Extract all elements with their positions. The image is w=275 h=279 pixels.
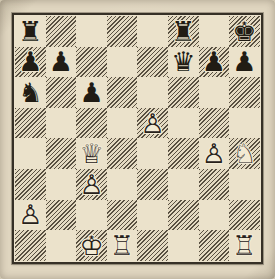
square-f5[interactable]: [168, 108, 199, 139]
square-f8[interactable]: ♜: [168, 16, 199, 47]
black-piece-glyph: ♟: [229, 47, 260, 78]
book-page-photo: ♜♜♚♟♟♛♟♟♞♟♟♙♛♕♟♙♞♘♟♙♟♙♚♔♜♖♜♖: [0, 0, 275, 279]
white-piece-outline-glyph: ♙: [199, 138, 230, 169]
square-a2[interactable]: ♟♙: [15, 200, 46, 231]
square-h2[interactable]: [229, 200, 260, 231]
square-b5[interactable]: [46, 108, 77, 139]
square-c3[interactable]: ♟♙: [76, 169, 107, 200]
square-b2[interactable]: [46, 200, 77, 231]
white-piece-outline-glyph: ♔: [76, 230, 107, 261]
square-f7[interactable]: ♛: [168, 47, 199, 78]
black-piece-glyph: ♟: [199, 47, 230, 78]
piece-white-queen-c4: ♛♕: [76, 138, 107, 169]
square-b1[interactable]: [46, 230, 77, 261]
square-f1[interactable]: [168, 230, 199, 261]
black-piece-glyph: ♞: [15, 77, 46, 108]
piece-black-queen-f7: ♛: [168, 47, 199, 78]
black-piece-glyph: ♟: [46, 47, 77, 78]
square-h1[interactable]: ♜♖: [229, 230, 260, 261]
square-f2[interactable]: [168, 200, 199, 231]
square-g4[interactable]: ♟♙: [199, 138, 230, 169]
square-f3[interactable]: [168, 169, 199, 200]
piece-black-king-h8: ♚: [229, 16, 260, 47]
white-piece-outline-glyph: ♙: [137, 108, 168, 139]
square-c2[interactable]: [76, 200, 107, 231]
square-d2[interactable]: [107, 200, 138, 231]
white-piece-fill-glyph: ♚: [76, 230, 107, 261]
piece-white-knight-h4: ♞♘: [229, 138, 260, 169]
square-c4[interactable]: ♛♕: [76, 138, 107, 169]
white-piece-outline-glyph: ♖: [229, 230, 260, 261]
square-b8[interactable]: [46, 16, 77, 47]
square-h8[interactable]: ♚: [229, 16, 260, 47]
white-piece-fill-glyph: ♟: [15, 200, 46, 231]
square-g7[interactable]: ♟: [199, 47, 230, 78]
square-e1[interactable]: [137, 230, 168, 261]
piece-white-pawn-c3: ♟♙: [76, 169, 107, 200]
square-b3[interactable]: [46, 169, 77, 200]
piece-white-rook-d1: ♜♖: [107, 230, 138, 261]
piece-black-pawn-h7: ♟: [229, 47, 260, 78]
square-d6[interactable]: [107, 77, 138, 108]
square-f4[interactable]: [168, 138, 199, 169]
white-piece-outline-glyph: ♙: [76, 169, 107, 200]
white-piece-outline-glyph: ♘: [229, 138, 260, 169]
square-c7[interactable]: [76, 47, 107, 78]
black-piece-glyph: ♜: [168, 16, 199, 47]
white-piece-fill-glyph: ♛: [76, 138, 107, 169]
piece-white-king-c1: ♚♔: [76, 230, 107, 261]
square-c1[interactable]: ♚♔: [76, 230, 107, 261]
white-piece-fill-glyph: ♜: [229, 230, 260, 261]
square-d5[interactable]: [107, 108, 138, 139]
piece-white-pawn-a2: ♟♙: [15, 200, 46, 231]
square-d3[interactable]: [107, 169, 138, 200]
black-piece-glyph: ♚: [229, 16, 260, 47]
square-g3[interactable]: [199, 169, 230, 200]
white-piece-fill-glyph: ♞: [229, 138, 260, 169]
square-b7[interactable]: ♟: [46, 47, 77, 78]
square-d7[interactable]: [107, 47, 138, 78]
piece-black-pawn-b7: ♟: [46, 47, 77, 78]
square-g8[interactable]: [199, 16, 230, 47]
square-h5[interactable]: [229, 108, 260, 139]
square-c5[interactable]: [76, 108, 107, 139]
square-h4[interactable]: ♞♘: [229, 138, 260, 169]
piece-black-pawn-c6: ♟: [76, 77, 107, 108]
square-e4[interactable]: [137, 138, 168, 169]
square-g6[interactable]: [199, 77, 230, 108]
piece-black-pawn-g7: ♟: [199, 47, 230, 78]
square-e6[interactable]: [137, 77, 168, 108]
square-e8[interactable]: [137, 16, 168, 47]
square-h3[interactable]: [229, 169, 260, 200]
square-a1[interactable]: [15, 230, 46, 261]
piece-black-rook-a8: ♜: [15, 16, 46, 47]
chess-board: ♜♜♚♟♟♛♟♟♞♟♟♙♛♕♟♙♞♘♟♙♟♙♚♔♜♖♜♖: [12, 13, 263, 264]
square-a8[interactable]: ♜: [15, 16, 46, 47]
square-g5[interactable]: [199, 108, 230, 139]
black-piece-glyph: ♜: [15, 16, 46, 47]
square-h7[interactable]: ♟: [229, 47, 260, 78]
square-c6[interactable]: ♟: [76, 77, 107, 108]
black-piece-glyph: ♛: [168, 47, 199, 78]
piece-black-pawn-a7: ♟: [15, 47, 46, 78]
square-a6[interactable]: ♞: [15, 77, 46, 108]
square-e7[interactable]: [137, 47, 168, 78]
white-piece-fill-glyph: ♟: [199, 138, 230, 169]
white-piece-fill-glyph: ♟: [137, 108, 168, 139]
square-f6[interactable]: [168, 77, 199, 108]
piece-white-pawn-g4: ♟♙: [199, 138, 230, 169]
piece-white-rook-h1: ♜♖: [229, 230, 260, 261]
white-piece-outline-glyph: ♕: [76, 138, 107, 169]
square-g2[interactable]: [199, 200, 230, 231]
square-d8[interactable]: [107, 16, 138, 47]
square-a7[interactable]: ♟: [15, 47, 46, 78]
square-e2[interactable]: [137, 200, 168, 231]
square-d1[interactable]: ♜♖: [107, 230, 138, 261]
square-h6[interactable]: [229, 77, 260, 108]
square-e3[interactable]: [137, 169, 168, 200]
square-a4[interactable]: [15, 138, 46, 169]
square-c8[interactable]: [76, 16, 107, 47]
piece-black-rook-f8: ♜: [168, 16, 199, 47]
white-piece-outline-glyph: ♙: [15, 200, 46, 231]
square-a3[interactable]: [15, 169, 46, 200]
piece-white-pawn-e5: ♟♙: [137, 108, 168, 139]
black-piece-glyph: ♟: [76, 77, 107, 108]
square-e5[interactable]: ♟♙: [137, 108, 168, 139]
square-d4[interactable]: [107, 138, 138, 169]
piece-black-knight-a6: ♞: [15, 77, 46, 108]
white-piece-fill-glyph: ♜: [107, 230, 138, 261]
white-piece-outline-glyph: ♖: [107, 230, 138, 261]
square-b6[interactable]: [46, 77, 77, 108]
black-piece-glyph: ♟: [15, 47, 46, 78]
square-b4[interactable]: [46, 138, 77, 169]
white-piece-fill-glyph: ♟: [76, 169, 107, 200]
square-g1[interactable]: [199, 230, 230, 261]
square-a5[interactable]: [15, 108, 46, 139]
